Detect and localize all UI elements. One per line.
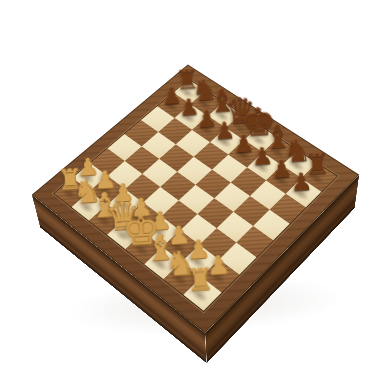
board-orientation-wrapper: ♜♞♝♛♚♝♞♜♟♟♟♟♟♟♟♟♟♟♟♟♟♟♟♟♜♞♝♛♚♝♞♜ [0, 0, 385, 385]
black-pawn-icon: ♟ [290, 169, 313, 195]
square-e5[interactable] [196, 170, 231, 199]
scene: ♜♞♝♛♚♝♞♜♟♟♟♟♟♟♟♟♟♟♟♟♟♟♟♟♜♞♝♛♚♝♞♜ [0, 0, 385, 385]
white-rook-icon: ♜ [186, 264, 215, 296]
square-g4[interactable] [217, 212, 254, 243]
product-photo: ♜♞♝♛♚♝♞♜♟♟♟♟♟♟♟♟♟♟♟♟♟♟♟♟♜♞♝♛♚♝♞♜ [0, 0, 385, 385]
